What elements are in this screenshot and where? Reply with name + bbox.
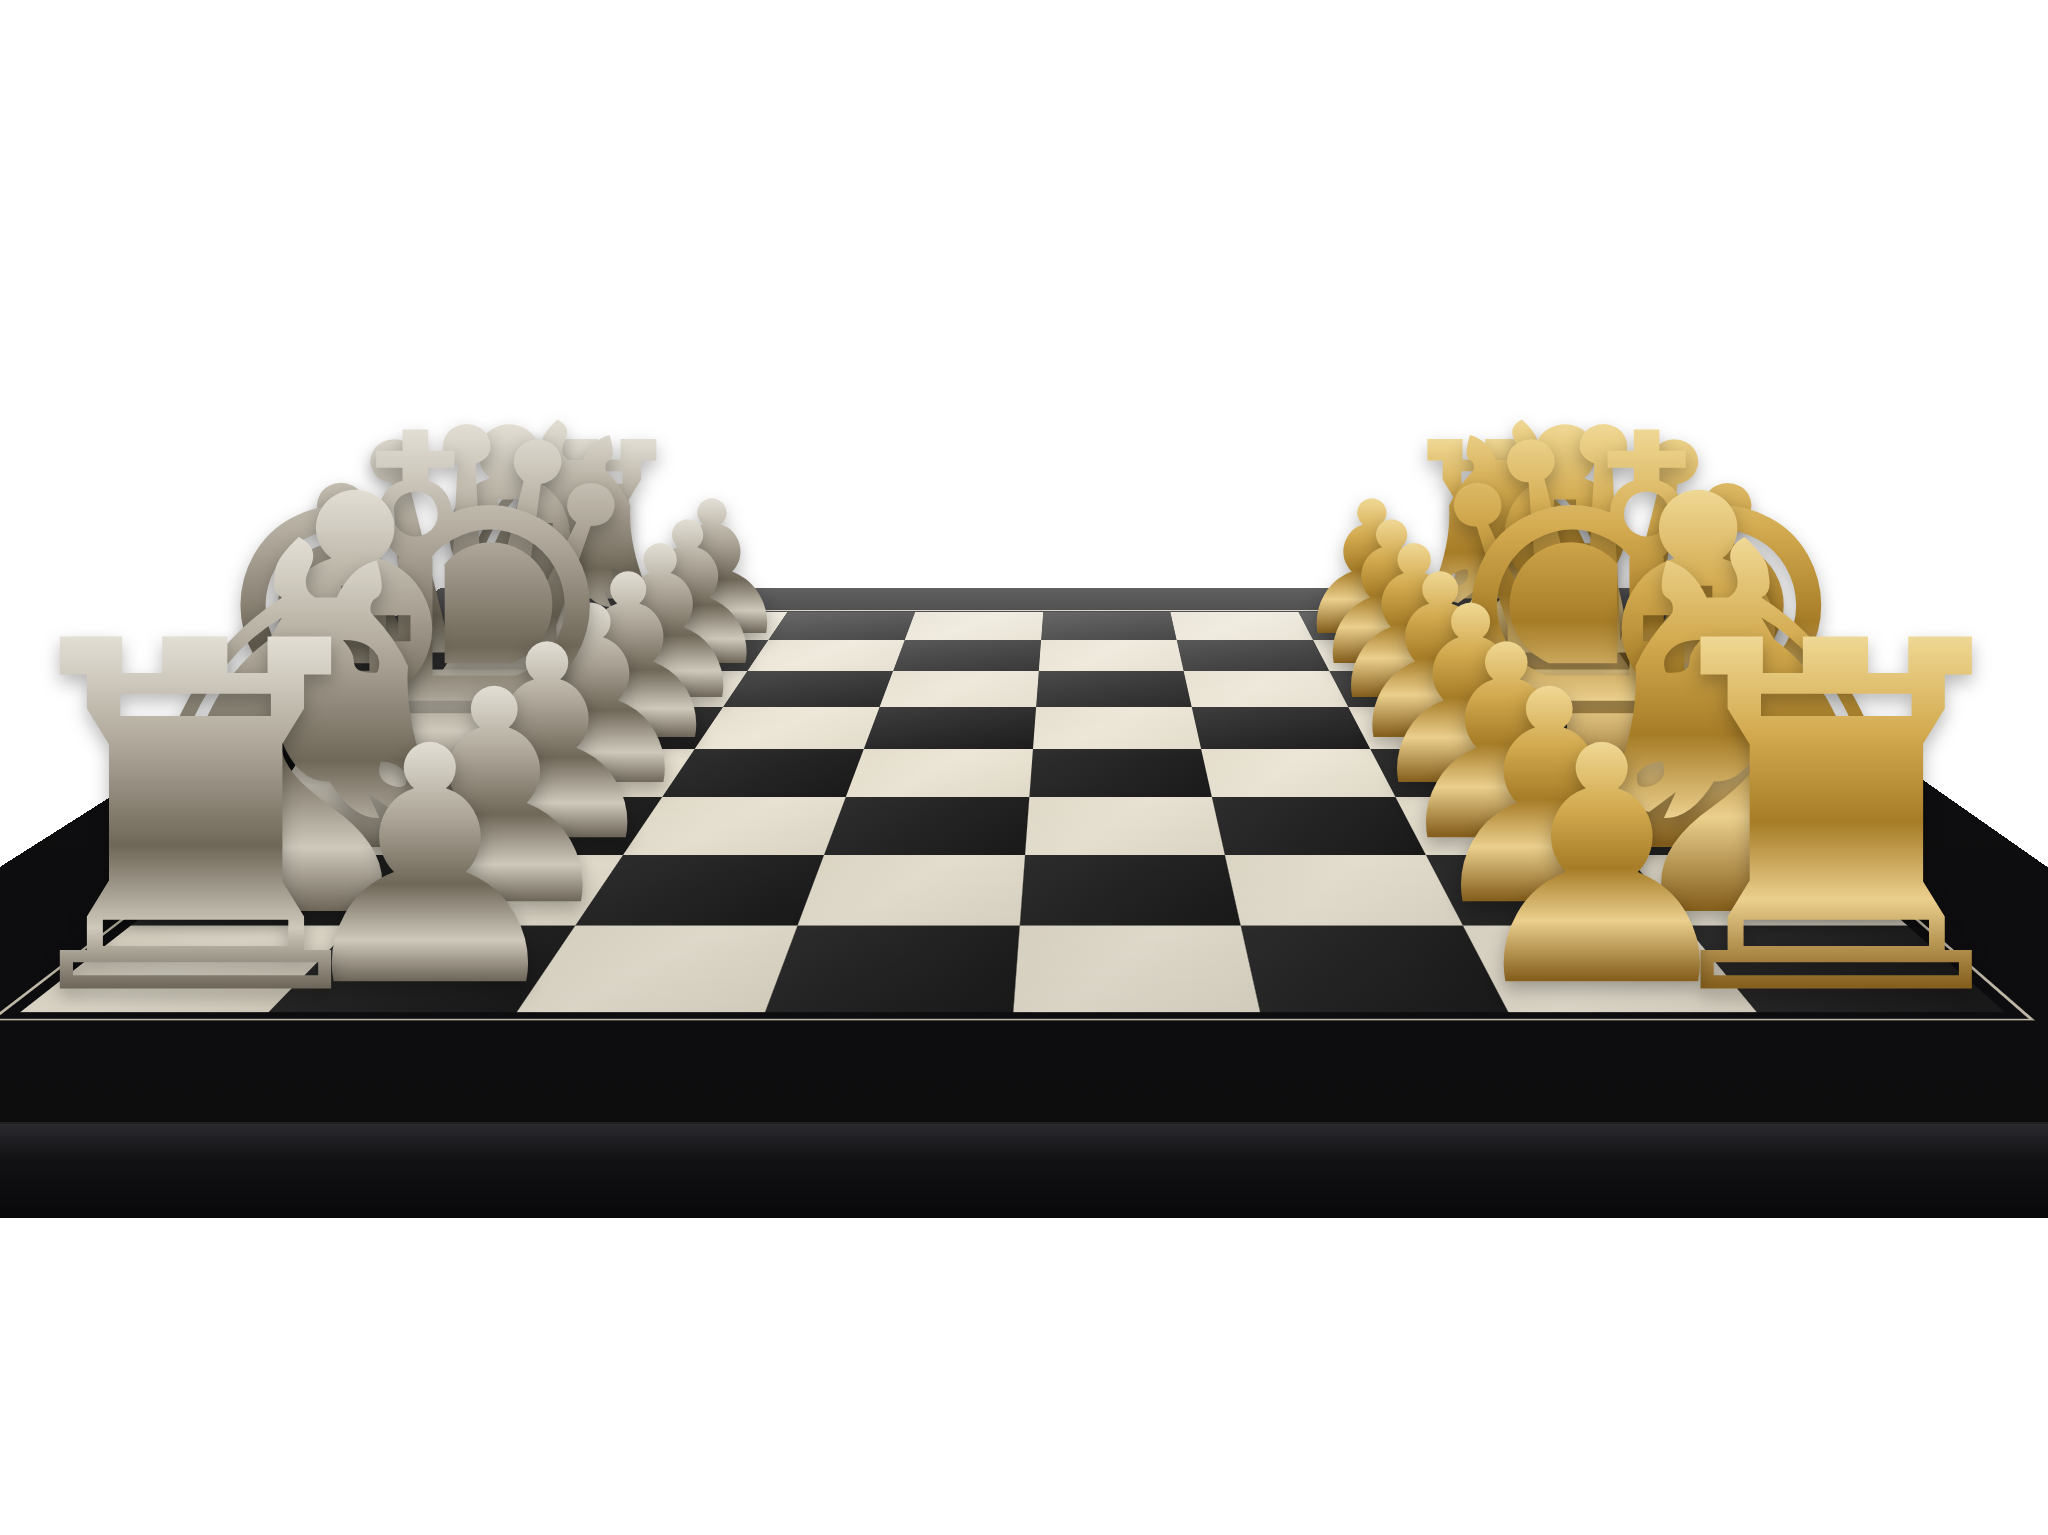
piece-black-pawn-h7[interactable]: ♟ (1455, 704, 1749, 1032)
black-pawn-icon: ♟ (1455, 704, 1749, 1032)
pieces-layer: ♜♞♝♛♚♝♞♜♟♟♟♟♟♟♟♟♟♟♟♟♟♟♟♟♜♞♝♛♚♝♞♜ (0, 0, 2048, 1535)
photo-background: ♜♞♝♛♚♝♞♜♟♟♟♟♟♟♟♟♟♟♟♟♟♟♟♟♜♞♝♛♚♝♞♜ (0, 0, 2048, 1535)
white-rook-icon: ♜ (0, 581, 412, 1063)
piece-white-rook-h1[interactable]: ♜ (0, 581, 412, 1063)
